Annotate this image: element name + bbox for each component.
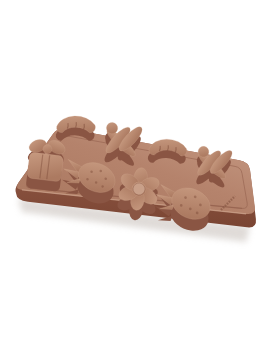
mold-photo-canvas [0, 0, 270, 360]
product-photo [0, 0, 270, 360]
